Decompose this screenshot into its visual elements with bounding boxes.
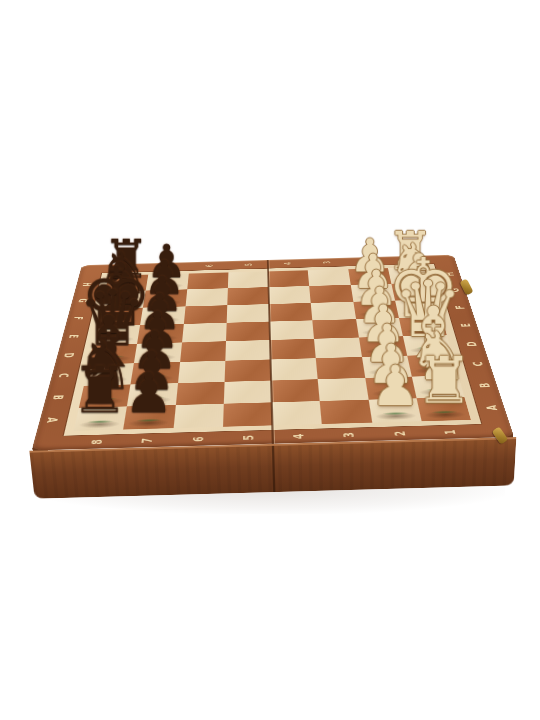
piece-black-pawn-a7[interactable]: ♟ — [123, 405, 175, 430]
black-rook-glyph: ♜ — [71, 358, 129, 422]
white-pawn-glyph: ♟ — [370, 358, 420, 414]
box-front-fold-seam — [272, 446, 276, 492]
piece-white-rook-a1[interactable]: ♜ — [416, 397, 471, 422]
black-pawn-glyph: ♟ — [124, 365, 174, 421]
piece-black-rook-a8[interactable]: ♜ — [74, 406, 127, 431]
chess-board: HGFEDCBA HGFEDCBA 87654321 87654321 ♜♞♝♛… — [32, 255, 514, 451]
white-rook-glyph: ♜ — [415, 348, 473, 412]
piece-white-pawn-a2[interactable]: ♟ — [368, 398, 421, 423]
pieces-layer: ♜♞♝♛♚♝♞♜♟♟♟♟♟♟♟♟♟♟♟♟♟♟♟♟♜♞♝♛♚♝♞♜ — [74, 267, 471, 431]
chess-set-scene: HGFEDCBA HGFEDCBA 87654321 87654321 ♜♞♝♛… — [0, 118, 540, 562]
